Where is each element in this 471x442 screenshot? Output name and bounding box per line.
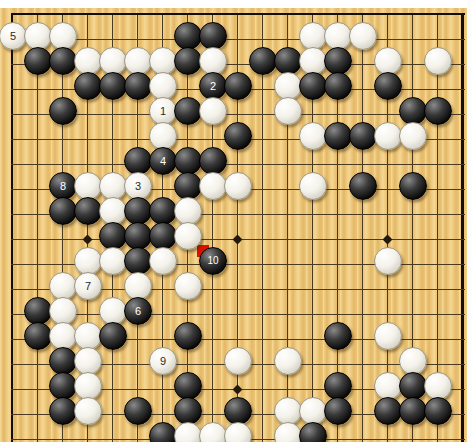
move-number-label: 10 bbox=[207, 256, 218, 266]
stone-white[interactable] bbox=[99, 47, 127, 75]
top-margin bbox=[0, 0, 471, 8]
stone-black[interactable] bbox=[274, 47, 302, 75]
stone-white[interactable] bbox=[199, 422, 227, 442]
stone-white[interactable] bbox=[299, 172, 327, 200]
star-point bbox=[382, 234, 392, 244]
grid-line bbox=[11, 13, 465, 15]
stone-black[interactable] bbox=[49, 372, 77, 400]
stone-white[interactable] bbox=[274, 397, 302, 425]
stone-black[interactable] bbox=[174, 372, 202, 400]
move-number-label: 1 bbox=[160, 105, 166, 116]
stone-black[interactable] bbox=[199, 147, 227, 175]
stone-white[interactable] bbox=[374, 322, 402, 350]
stone-black[interactable] bbox=[399, 372, 427, 400]
stone-white[interactable] bbox=[149, 247, 177, 275]
stone-white[interactable] bbox=[299, 47, 327, 75]
stone-black[interactable] bbox=[24, 297, 52, 325]
grid-line bbox=[11, 164, 465, 165]
stone-black[interactable] bbox=[174, 97, 202, 125]
stone-black[interactable] bbox=[149, 422, 177, 442]
stone-white[interactable] bbox=[124, 272, 152, 300]
stone-white[interactable] bbox=[374, 372, 402, 400]
stone-white[interactable] bbox=[274, 422, 302, 442]
right-margin bbox=[467, 0, 471, 442]
stone-black[interactable] bbox=[24, 322, 52, 350]
stone-white[interactable]: 3 bbox=[124, 172, 152, 200]
star-point bbox=[232, 384, 242, 394]
stone-white[interactable] bbox=[124, 47, 152, 75]
stone-white[interactable] bbox=[174, 272, 202, 300]
stone-black[interactable] bbox=[24, 47, 52, 75]
stone-black[interactable] bbox=[399, 97, 427, 125]
stone-black[interactable] bbox=[49, 347, 77, 375]
stone-black[interactable] bbox=[374, 72, 402, 100]
stone-black[interactable] bbox=[199, 22, 227, 50]
stone-black[interactable] bbox=[124, 147, 152, 175]
star-point bbox=[232, 234, 242, 244]
stone-black[interactable] bbox=[324, 372, 352, 400]
stone-black[interactable] bbox=[124, 397, 152, 425]
stone-white[interactable] bbox=[149, 122, 177, 150]
stone-white[interactable] bbox=[99, 247, 127, 275]
stone-white[interactable] bbox=[49, 22, 77, 50]
move-number-label: 7 bbox=[85, 280, 91, 291]
stone-black[interactable] bbox=[124, 72, 152, 100]
stone-black[interactable] bbox=[399, 397, 427, 425]
stone-white[interactable] bbox=[99, 197, 127, 225]
stone-white[interactable] bbox=[274, 72, 302, 100]
stone-black[interactable] bbox=[349, 172, 377, 200]
stone-white[interactable] bbox=[74, 397, 102, 425]
grid-line bbox=[37, 14, 38, 442]
grid-line bbox=[11, 314, 465, 315]
stone-white[interactable] bbox=[324, 22, 352, 50]
stone-black[interactable]: 8 bbox=[49, 172, 77, 200]
stone-white[interactable] bbox=[224, 347, 252, 375]
stone-white[interactable] bbox=[49, 272, 77, 300]
stone-black[interactable] bbox=[174, 322, 202, 350]
stone-black[interactable] bbox=[74, 197, 102, 225]
stone-white[interactable] bbox=[74, 47, 102, 75]
stone-black[interactable] bbox=[49, 97, 77, 125]
grid-line bbox=[262, 14, 263, 442]
stone-black[interactable] bbox=[49, 47, 77, 75]
stone-black[interactable] bbox=[174, 22, 202, 50]
stone-black[interactable] bbox=[324, 47, 352, 75]
grid-line bbox=[461, 14, 464, 442]
stone-black[interactable] bbox=[324, 322, 352, 350]
star-point bbox=[82, 234, 92, 244]
stone-black[interactable] bbox=[349, 122, 377, 150]
stone-white[interactable]: 1 bbox=[149, 97, 177, 125]
stone-black[interactable] bbox=[74, 72, 102, 100]
stone-black[interactable] bbox=[149, 222, 177, 250]
grid-line bbox=[11, 14, 13, 442]
move-number-label: 3 bbox=[135, 180, 141, 191]
stone-black[interactable] bbox=[224, 122, 252, 150]
stone-black[interactable] bbox=[99, 322, 127, 350]
stone-white[interactable] bbox=[399, 347, 427, 375]
stone-white[interactable] bbox=[199, 97, 227, 125]
stone-black[interactable] bbox=[124, 222, 152, 250]
stone-white[interactable] bbox=[274, 347, 302, 375]
stone-white[interactable] bbox=[24, 22, 52, 50]
move-number-label: 9 bbox=[160, 355, 166, 366]
stone-black[interactable]: 6 bbox=[124, 297, 152, 325]
stone-black[interactable] bbox=[149, 197, 177, 225]
stone-black[interactable] bbox=[49, 197, 77, 225]
stone-white[interactable] bbox=[299, 22, 327, 50]
move-number-label: 8 bbox=[60, 180, 66, 191]
grid-line bbox=[11, 39, 465, 40]
stone-black[interactable] bbox=[299, 72, 327, 100]
grid-line bbox=[362, 14, 363, 442]
stone-white[interactable] bbox=[99, 297, 127, 325]
stone-white[interactable] bbox=[174, 422, 202, 442]
stone-white[interactable] bbox=[74, 372, 102, 400]
stone-white[interactable] bbox=[174, 222, 202, 250]
stone-black[interactable] bbox=[224, 397, 252, 425]
stone-black[interactable] bbox=[174, 397, 202, 425]
stone-white[interactable] bbox=[149, 47, 177, 75]
stone-black[interactable] bbox=[124, 247, 152, 275]
stone-black[interactable] bbox=[424, 97, 452, 125]
stone-black[interactable] bbox=[324, 122, 352, 150]
stone-black[interactable] bbox=[324, 397, 352, 425]
stone-white[interactable] bbox=[299, 397, 327, 425]
stone-black[interactable] bbox=[99, 72, 127, 100]
stone-white[interactable] bbox=[424, 47, 452, 75]
stone-black[interactable] bbox=[124, 197, 152, 225]
stone-black[interactable] bbox=[99, 222, 127, 250]
stone-white[interactable] bbox=[74, 322, 102, 350]
stone-white[interactable] bbox=[399, 122, 427, 150]
stone-white[interactable] bbox=[199, 47, 227, 75]
stone-white[interactable] bbox=[374, 122, 402, 150]
stone-white[interactable]: 7 bbox=[74, 272, 102, 300]
stone-white[interactable] bbox=[49, 297, 77, 325]
move-number-label: 4 bbox=[160, 155, 166, 166]
stone-black[interactable] bbox=[249, 47, 277, 75]
stone-white[interactable] bbox=[74, 247, 102, 275]
stone-black[interactable] bbox=[374, 397, 402, 425]
stone-white[interactable] bbox=[299, 122, 327, 150]
stone-white[interactable] bbox=[224, 172, 252, 200]
stone-black[interactable] bbox=[399, 172, 427, 200]
stone-black[interactable] bbox=[49, 397, 77, 425]
stone-white[interactable] bbox=[149, 72, 177, 100]
stone-white[interactable] bbox=[274, 97, 302, 125]
stone-black[interactable]: 2 bbox=[199, 72, 227, 100]
stone-white[interactable] bbox=[374, 247, 402, 275]
stone-black[interactable] bbox=[174, 47, 202, 75]
stone-white[interactable] bbox=[374, 47, 402, 75]
stone-white[interactable] bbox=[199, 172, 227, 200]
screenshot-root: 52148310769 bbox=[0, 0, 471, 442]
go-board[interactable]: 52148310769 bbox=[0, 8, 467, 442]
move-number-label: 6 bbox=[135, 305, 141, 316]
stone-white[interactable] bbox=[424, 372, 452, 400]
stone-black[interactable]: 10 bbox=[199, 247, 227, 275]
stone-black[interactable] bbox=[224, 72, 252, 100]
stone-black[interactable]: 4 bbox=[149, 147, 177, 175]
move-number-label: 2 bbox=[210, 80, 216, 91]
stone-black[interactable] bbox=[424, 397, 452, 425]
grid-line bbox=[11, 114, 465, 115]
stone-white[interactable] bbox=[99, 172, 127, 200]
stone-white[interactable] bbox=[49, 322, 77, 350]
stone-black[interactable] bbox=[299, 422, 327, 442]
stone-white[interactable] bbox=[224, 422, 252, 442]
stone-black[interactable] bbox=[174, 147, 202, 175]
stone-white[interactable] bbox=[349, 22, 377, 50]
stone-black[interactable] bbox=[174, 172, 202, 200]
move-number-label: 5 bbox=[10, 30, 16, 41]
stone-white[interactable] bbox=[74, 347, 102, 375]
stone-black[interactable] bbox=[324, 72, 352, 100]
stone-white[interactable] bbox=[174, 197, 202, 225]
stone-white[interactable]: 5 bbox=[0, 22, 27, 50]
stone-white[interactable]: 9 bbox=[149, 347, 177, 375]
stone-white[interactable] bbox=[74, 172, 102, 200]
